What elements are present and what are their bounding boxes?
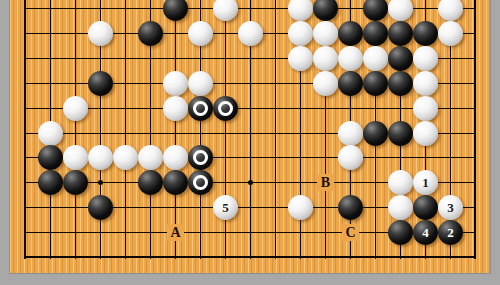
grid-hline	[24, 108, 476, 109]
stone-black-F4[interactable]	[138, 170, 163, 195]
stone-white-S10[interactable]	[438, 21, 463, 46]
stone-white-E5[interactable]	[113, 145, 138, 170]
circle-mark-icon	[193, 101, 208, 116]
stone-white-O5[interactable]	[338, 145, 363, 170]
stone-white-M10[interactable]	[288, 21, 313, 46]
stone-black-R10[interactable]	[413, 21, 438, 46]
stone-black-Q10[interactable]	[388, 21, 413, 46]
stone-white-O9[interactable]	[338, 46, 363, 71]
grid-hline	[24, 256, 476, 258]
stone-black-Q9[interactable]	[388, 46, 413, 71]
stone-black-F10[interactable]	[138, 21, 163, 46]
grid-vline	[75, 0, 76, 259]
stone-black-P10[interactable]	[363, 21, 388, 46]
stone-white-G5[interactable]	[163, 145, 188, 170]
stone-black-R2[interactable]: 4	[413, 220, 438, 245]
stone-white-J3[interactable]: 5	[213, 195, 238, 220]
stone-white-D10[interactable]	[88, 21, 113, 46]
stone-white-P9[interactable]	[363, 46, 388, 71]
stone-black-J7[interactable]	[213, 96, 238, 121]
move-number-label: 1	[413, 170, 438, 195]
stone-black-H5[interactable]	[188, 145, 213, 170]
move-number-label: 3	[438, 195, 463, 220]
stone-black-P8[interactable]	[363, 71, 388, 96]
grid-vline	[225, 0, 226, 259]
grid-vline	[474, 0, 476, 259]
stone-white-H10[interactable]	[188, 21, 213, 46]
point-label-B-N4[interactable]: B	[317, 174, 334, 191]
stone-white-R4[interactable]: 1	[413, 170, 438, 195]
stone-black-O8[interactable]	[338, 71, 363, 96]
grid-vline	[275, 0, 276, 259]
stone-black-O10[interactable]	[338, 21, 363, 46]
stone-white-R7[interactable]	[413, 96, 438, 121]
stone-black-G4[interactable]	[163, 170, 188, 195]
point-label-C-O2[interactable]: C	[342, 224, 359, 241]
stone-black-B5[interactable]	[38, 145, 63, 170]
circle-mark-icon	[193, 150, 208, 165]
go-board-screenshot: 15342 ABC	[0, 0, 500, 285]
stone-black-D8[interactable]	[88, 71, 113, 96]
stone-white-M3[interactable]	[288, 195, 313, 220]
grid-vline	[125, 0, 126, 259]
stone-black-B4[interactable]	[38, 170, 63, 195]
move-number-label: 4	[413, 220, 438, 245]
move-number-label: 5	[213, 195, 238, 220]
stone-white-G8[interactable]	[163, 71, 188, 96]
stone-white-R6[interactable]	[413, 121, 438, 146]
circle-mark-icon	[218, 101, 233, 116]
move-number-label: 2	[438, 220, 463, 245]
stone-white-N10[interactable]	[313, 21, 338, 46]
stone-white-C7[interactable]	[63, 96, 88, 121]
stone-black-H4[interactable]	[188, 170, 213, 195]
stone-black-Q8[interactable]	[388, 71, 413, 96]
star-point	[98, 180, 103, 185]
grid-vline	[24, 0, 26, 259]
stone-black-Q6[interactable]	[388, 121, 413, 146]
stone-white-H8[interactable]	[188, 71, 213, 96]
stone-black-Q2[interactable]	[388, 220, 413, 245]
stone-white-Q3[interactable]	[388, 195, 413, 220]
stone-white-S3[interactable]: 3	[438, 195, 463, 220]
stone-white-D5[interactable]	[88, 145, 113, 170]
circle-mark-icon	[193, 175, 208, 190]
grid-vline	[175, 0, 176, 259]
stone-white-O6[interactable]	[338, 121, 363, 146]
stone-white-R8[interactable]	[413, 71, 438, 96]
stone-black-R3[interactable]	[413, 195, 438, 220]
stone-white-N9[interactable]	[313, 46, 338, 71]
stone-white-M9[interactable]	[288, 46, 313, 71]
star-point	[248, 180, 253, 185]
stone-black-C4[interactable]	[63, 170, 88, 195]
stone-black-P6[interactable]	[363, 121, 388, 146]
stone-black-O3[interactable]	[338, 195, 363, 220]
stone-black-D3[interactable]	[88, 195, 113, 220]
stone-white-F5[interactable]	[138, 145, 163, 170]
stone-white-G7[interactable]	[163, 96, 188, 121]
stone-black-H7[interactable]	[188, 96, 213, 121]
stone-white-C5[interactable]	[63, 145, 88, 170]
point-label-A-G2[interactable]: A	[167, 224, 184, 241]
stone-white-Q4[interactable]	[388, 170, 413, 195]
stone-white-K10[interactable]	[238, 21, 263, 46]
stone-white-N8[interactable]	[313, 71, 338, 96]
stone-white-B6[interactable]	[38, 121, 63, 146]
stone-black-S2[interactable]: 2	[438, 220, 463, 245]
stone-white-R9[interactable]	[413, 46, 438, 71]
